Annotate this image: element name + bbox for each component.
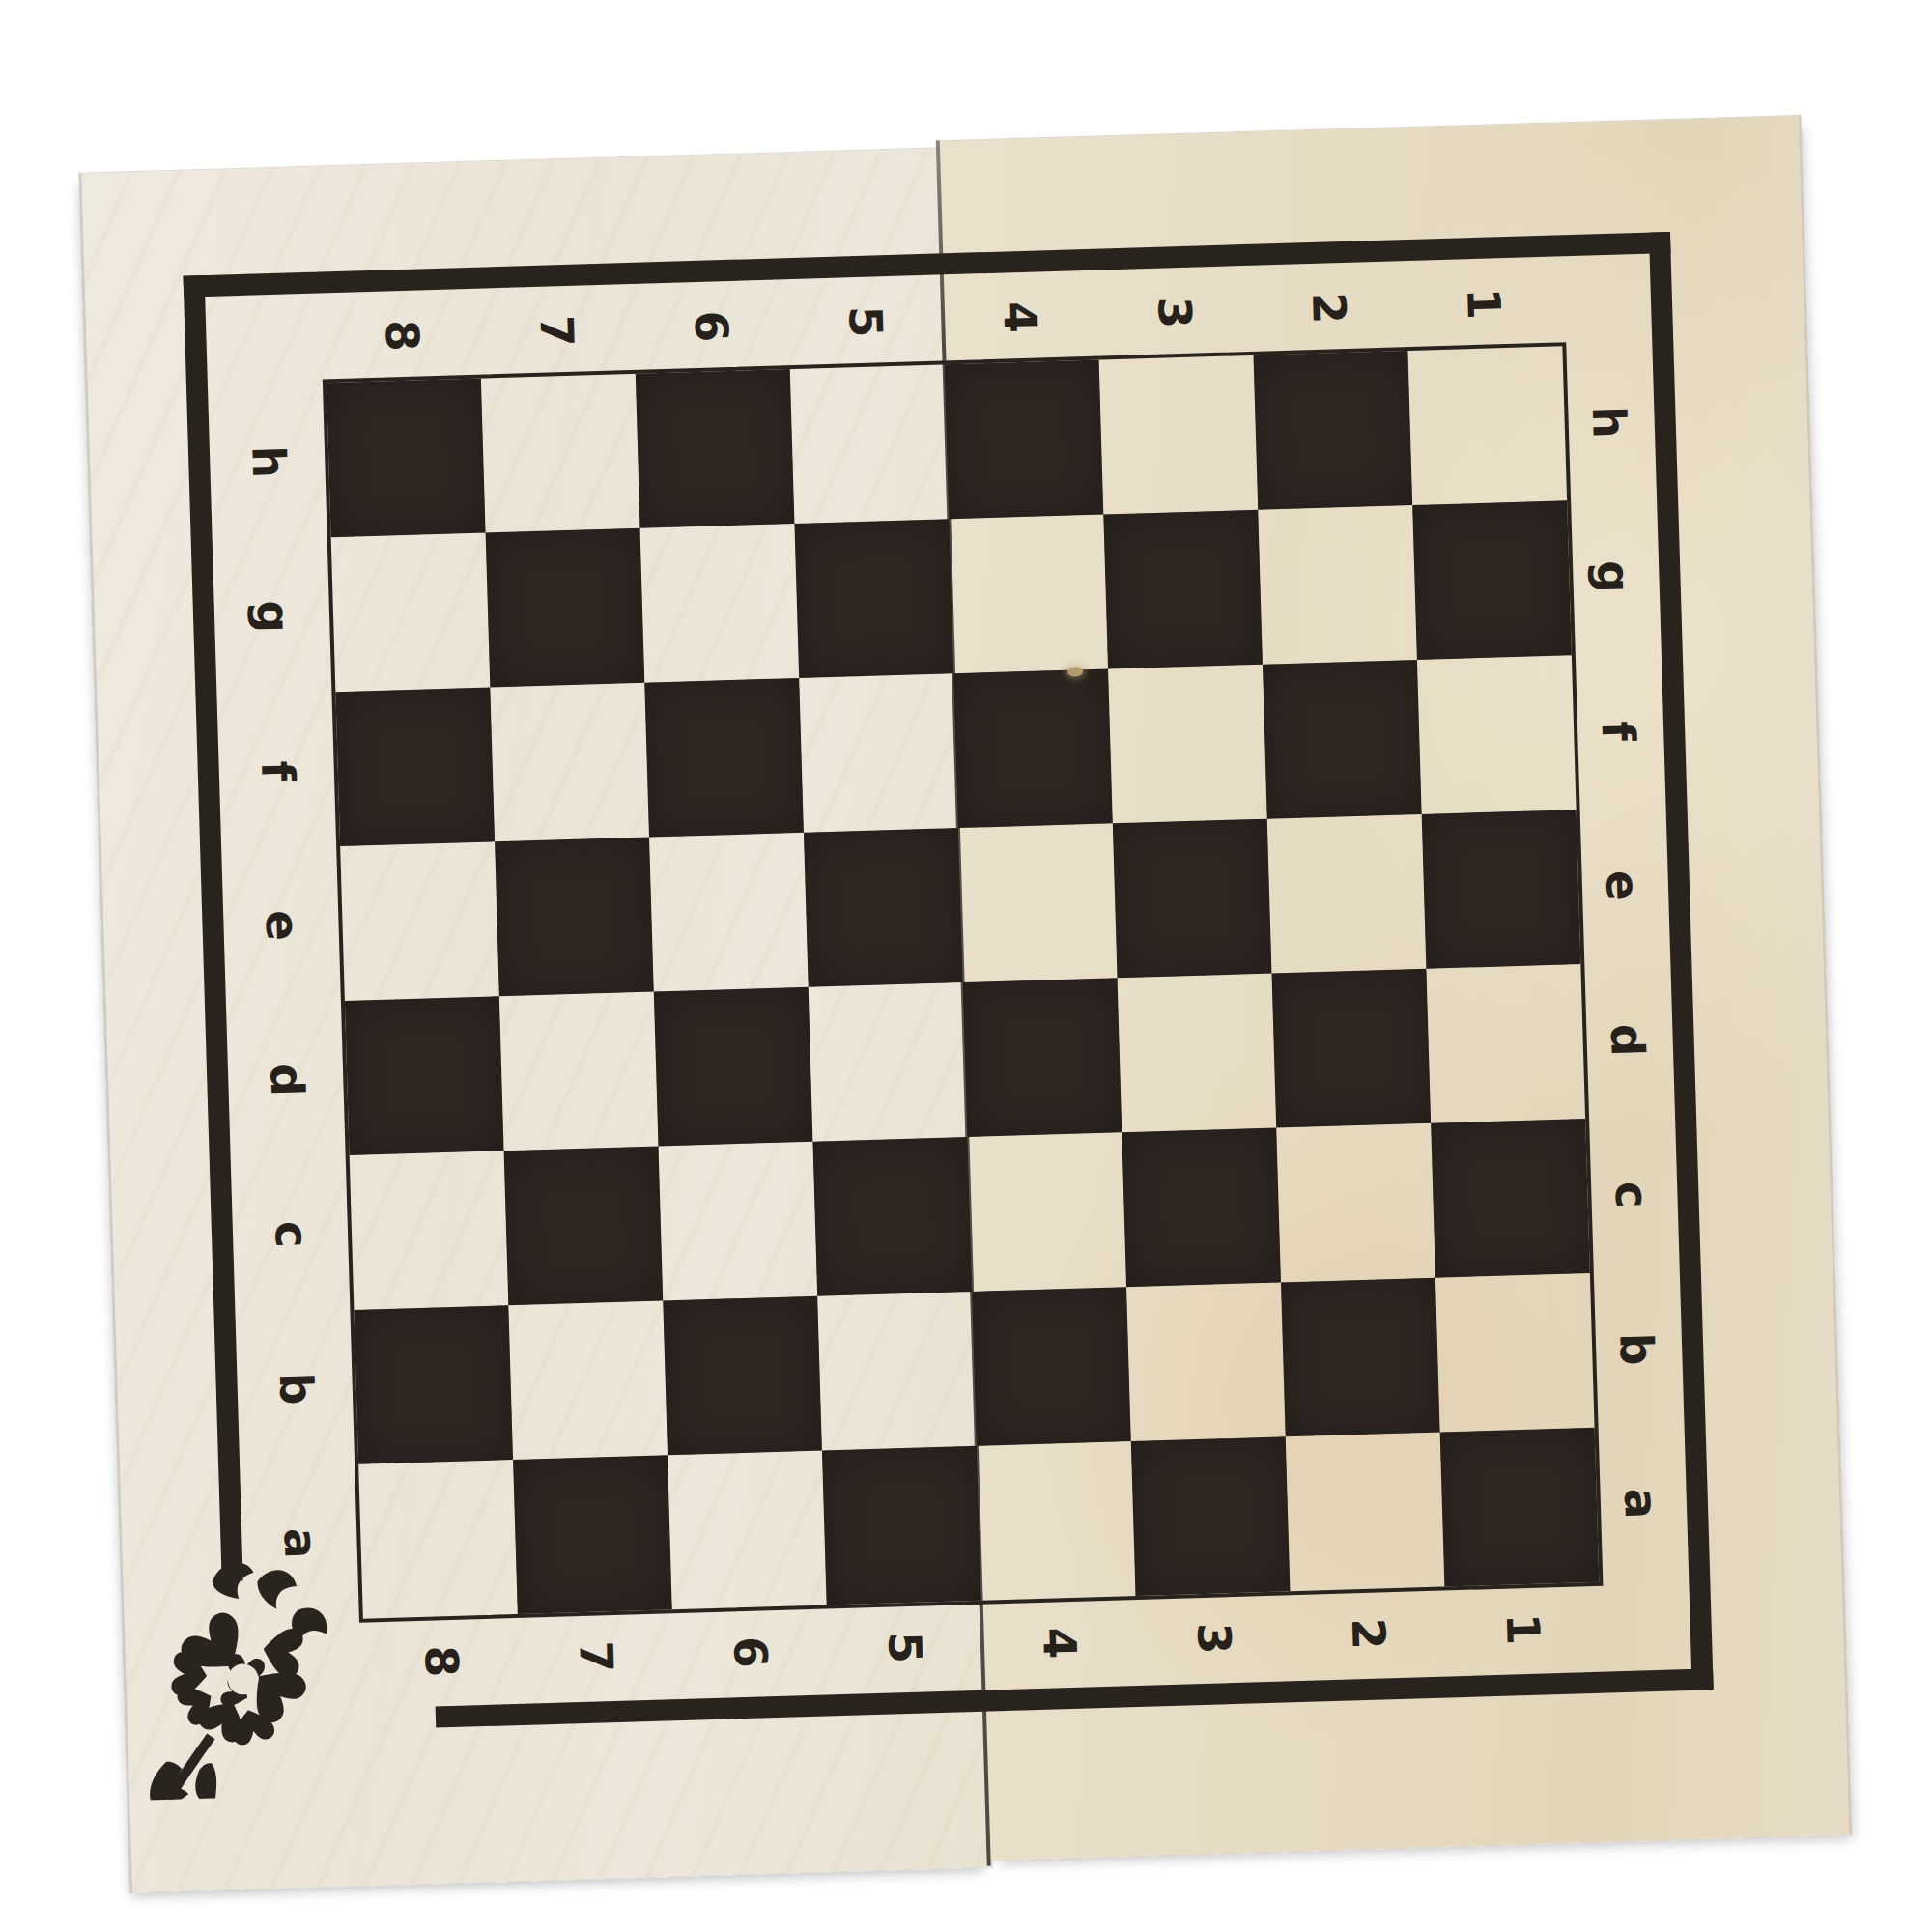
square-g1[interactable] <box>1412 500 1572 660</box>
square-b1[interactable] <box>1435 1273 1595 1433</box>
square-b2[interactable] <box>1281 1278 1440 1437</box>
square-a5[interactable] <box>822 1446 981 1605</box>
square-h1[interactable] <box>1407 346 1567 505</box>
square-g5[interactable] <box>794 519 953 678</box>
square-h5[interactable] <box>790 364 950 524</box>
chess-grid <box>327 346 1599 1618</box>
square-b7[interactable] <box>508 1300 668 1460</box>
square-d7[interactable] <box>499 992 659 1151</box>
square-f4[interactable] <box>953 668 1113 828</box>
square-g8[interactable] <box>331 533 491 693</box>
square-b5[interactable] <box>817 1292 977 1451</box>
photo-background: 87654321 87654321 hgfedcba hgfedcba <box>0 0 1932 1932</box>
square-d2[interactable] <box>1271 969 1431 1128</box>
folding-chessboard: 87654321 87654321 hgfedcba hgfedcba <box>78 122 1848 1891</box>
square-a3[interactable] <box>1131 1436 1291 1596</box>
square-d5[interactable] <box>809 982 968 1142</box>
square-g7[interactable] <box>486 528 645 688</box>
square-e4[interactable] <box>958 823 1118 982</box>
square-h8[interactable] <box>327 379 486 538</box>
file-label-left-b: b <box>218 1327 377 1451</box>
square-a6[interactable] <box>668 1451 827 1610</box>
square-d6[interactable] <box>654 987 813 1147</box>
flower-ornament-icon <box>122 1558 364 1801</box>
square-f3[interactable] <box>1108 665 1267 824</box>
square-c1[interactable] <box>1431 1119 1590 1278</box>
square-a2[interactable] <box>1286 1433 1445 1592</box>
square-f2[interactable] <box>1263 660 1422 819</box>
square-a7[interactable] <box>513 1455 672 1614</box>
square-b4[interactable] <box>972 1287 1131 1446</box>
square-f6[interactable] <box>644 678 804 838</box>
square-c7[interactable] <box>504 1146 664 1305</box>
square-f7[interactable] <box>490 683 649 842</box>
square-h7[interactable] <box>481 374 640 533</box>
square-c4[interactable] <box>967 1132 1126 1292</box>
square-a8[interactable] <box>358 1460 518 1619</box>
square-h2[interactable] <box>1253 351 1412 510</box>
square-c8[interactable] <box>350 1151 509 1310</box>
file-label-left-f: f <box>200 709 358 833</box>
file-label-left-c: c <box>213 1173 372 1296</box>
square-a1[interactable] <box>1440 1428 1600 1587</box>
square-e8[interactable] <box>340 841 499 1001</box>
square-f5[interactable] <box>799 673 958 833</box>
square-g4[interactable] <box>949 515 1108 674</box>
square-e1[interactable] <box>1422 810 1581 969</box>
square-d8[interactable] <box>345 996 504 1155</box>
board-face: 87654321 87654321 hgfedcba hgfedcba <box>78 122 1848 1891</box>
square-c5[interactable] <box>812 1137 972 1296</box>
square-c6[interactable] <box>659 1142 818 1301</box>
square-b8[interactable] <box>354 1305 513 1464</box>
square-e5[interactable] <box>804 828 963 987</box>
square-b3[interactable] <box>1126 1282 1286 1441</box>
square-e7[interactable] <box>495 838 654 997</box>
square-f1[interactable] <box>1417 655 1577 814</box>
square-e3[interactable] <box>1113 819 1272 979</box>
file-label-left-e: e <box>204 864 362 987</box>
square-c2[interactable] <box>1276 1123 1435 1283</box>
square-d4[interactable] <box>963 978 1122 1137</box>
square-g3[interactable] <box>1103 510 1263 669</box>
square-d1[interactable] <box>1426 964 1585 1123</box>
square-h3[interactable] <box>1099 355 1259 515</box>
square-e2[interactable] <box>1267 814 1427 974</box>
square-c3[interactable] <box>1122 1127 1281 1287</box>
square-d3[interactable] <box>1118 974 1277 1133</box>
square-a4[interactable] <box>977 1441 1136 1601</box>
square-g2[interactable] <box>1258 505 1417 665</box>
file-label-left-g: g <box>195 554 354 678</box>
square-b6[interactable] <box>663 1296 822 1456</box>
file-label-left-d: d <box>209 1018 367 1142</box>
square-f8[interactable] <box>335 687 495 846</box>
square-h6[interactable] <box>636 369 795 528</box>
square-h4[interactable] <box>945 360 1104 520</box>
square-g6[interactable] <box>640 524 800 683</box>
file-label-left-h: h <box>190 400 349 524</box>
square-e6[interactable] <box>649 833 809 992</box>
